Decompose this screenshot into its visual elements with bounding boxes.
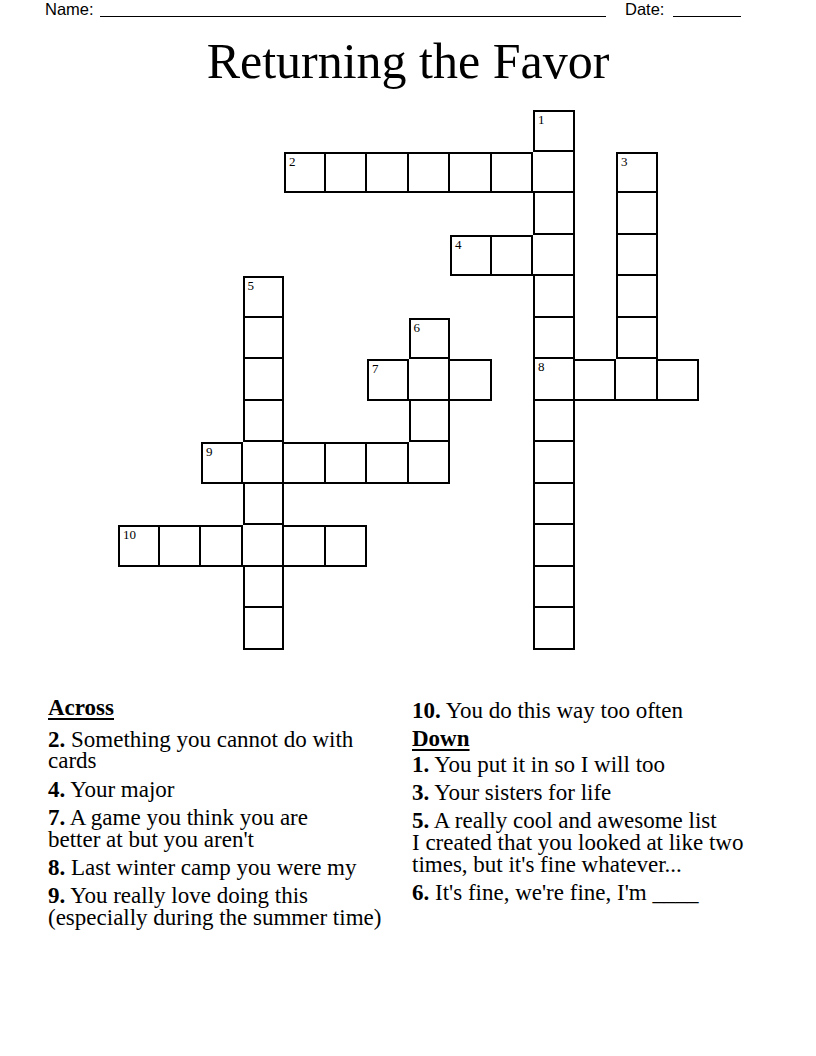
grid-cell-r8c10[interactable] [533,442,575,484]
cell-number-1: 1 [538,112,545,127]
clues-column-right: 10. You do this way too often Down 1. Yo… [412,700,782,910]
grid-cell-r4c12[interactable] [616,276,658,318]
grid-cell-r6c3[interactable] [243,359,285,401]
grid-cell-r8c6[interactable] [367,442,409,484]
across-clue-2: 2. Something you cannot do withcards [48,729,388,772]
grid-cell-r1c4[interactable]: 2 [284,152,326,194]
grid-cell-r12c3[interactable] [243,608,285,650]
clue-number: 7. [48,805,65,830]
date-label: Date: [625,0,664,19]
grid-cell-r10c3[interactable] [243,525,285,567]
grid-cell-r8c2[interactable]: 9 [201,442,243,484]
grid-cell-r10c2[interactable] [201,525,243,567]
grid-cell-r5c12[interactable] [616,318,658,360]
grid-cell-r10c10[interactable] [533,525,575,567]
clue-number: 10. [412,698,441,723]
down-clue-6: 6. It's fine, we're fine, I'm ____ [412,882,782,904]
grid-cell-r11c10[interactable] [533,567,575,609]
grid-cell-r3c8[interactable]: 4 [450,235,492,277]
grid-cell-r10c4[interactable] [284,525,326,567]
grid-cell-r4c3[interactable]: 5 [243,276,285,318]
clue-number: 1. [412,752,429,777]
clue-number: 8. [48,855,65,880]
grid-cell-r3c9[interactable] [492,235,534,277]
name-label: Name: [45,0,94,19]
cell-number-2: 2 [289,154,296,169]
cell-number-10: 10 [123,527,136,542]
down-heading: Down [412,728,782,750]
grid-cell-r8c4[interactable] [284,442,326,484]
clue-number: 5. [412,808,429,833]
down-clue-5: 5. A really cool and awesome listI creat… [412,810,782,875]
grid-cell-r1c8[interactable] [450,152,492,194]
grid-cell-r6c13[interactable] [658,359,700,401]
across-clue-4: 4. Your major [48,779,388,801]
grid-cell-r1c12[interactable]: 3 [616,152,658,194]
grid-cell-r1c5[interactable] [326,152,368,194]
down-clue-1: 1. You put it in so I will too [412,754,782,776]
grid-cell-r10c0[interactable]: 10 [118,525,160,567]
grid-cell-r1c10[interactable] [533,152,575,194]
grid-cell-r7c3[interactable] [243,401,285,443]
grid-cell-r6c12[interactable] [616,359,658,401]
cell-number-8: 8 [538,359,545,374]
grid-cell-r6c7[interactable] [409,359,451,401]
grid-cell-r5c10[interactable] [533,318,575,360]
cell-number-5: 5 [248,278,255,293]
grid-cell-r11c3[interactable] [243,567,285,609]
grid-cell-r2c10[interactable] [533,193,575,235]
grid-cell-r8c5[interactable] [326,442,368,484]
grid-cell-r10c5[interactable] [326,525,368,567]
grid-cell-r5c7[interactable]: 6 [409,318,451,360]
clue-number: 9. [48,883,65,908]
name-fill-in-line[interactable] [100,16,606,17]
grid-cell-r9c3[interactable] [243,484,285,526]
across-clue-list: 2. Something you cannot do withcards4. Y… [48,729,388,929]
grid-cell-r7c10[interactable] [533,401,575,443]
grid-cell-r3c10[interactable] [533,235,575,277]
clue-number: 4. [48,777,65,802]
grid-cell-r7c7[interactable] [409,401,451,443]
grid-cell-r1c6[interactable] [367,152,409,194]
grid-cell-r0c10[interactable]: 1 [533,110,575,152]
grid-cell-r1c9[interactable] [492,152,534,194]
grid-cell-r8c3[interactable] [243,442,285,484]
clue-number: 6. [412,880,429,905]
grid-cell-r8c7[interactable] [409,442,451,484]
grid-cell-r5c3[interactable] [243,318,285,360]
worksheet-page: Name: Date: Returning the Favor 12345678… [0,0,816,1056]
cell-number-9: 9 [206,444,213,459]
grid-cell-r2c12[interactable] [616,193,658,235]
clue-number: 3. [412,780,429,805]
clues-column-left: Across 2. Something you cannot do withca… [48,697,388,935]
grid-cell-r1c7[interactable] [409,152,451,194]
cell-number-6: 6 [414,320,421,335]
grid-cell-r12c10[interactable] [533,608,575,650]
grid-cell-r6c10[interactable]: 8 [533,359,575,401]
cell-number-4: 4 [455,237,462,252]
grid-cell-r6c6[interactable]: 7 [367,359,409,401]
down-clue-list: 1. You put it in so I will too3. Your si… [412,754,782,904]
across-clue-list-continued: 10. You do this way too often [412,700,782,722]
across-clue-7: 7. A game you think you arebetter at but… [48,807,388,850]
across-clue-10: 10. You do this way too often [412,700,782,722]
grid-cell-r9c10[interactable] [533,484,575,526]
down-clue-3: 3. Your sisters for life [412,782,782,804]
cell-number-7: 7 [372,361,379,376]
grid-cell-r6c11[interactable] [575,359,617,401]
across-clue-9: 9. You really love doing this(especially… [48,885,388,928]
puzzle-title: Returning the Favor [0,33,816,89]
clue-number: 2. [48,727,65,752]
grid-cell-r4c10[interactable] [533,276,575,318]
grid-cell-r3c12[interactable] [616,235,658,277]
grid-cell-r6c8[interactable] [450,359,492,401]
cell-number-3: 3 [621,154,628,169]
across-clue-8: 8. Last winter camp you were my [48,857,388,879]
grid-cell-r10c1[interactable] [160,525,202,567]
date-fill-in-line[interactable] [673,16,741,17]
across-heading: Across [48,697,388,719]
